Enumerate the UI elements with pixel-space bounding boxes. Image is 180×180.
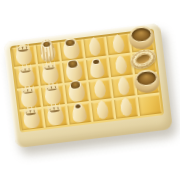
compartment <box>138 94 162 116</box>
compartment-grid <box>12 31 162 131</box>
compartment <box>112 76 136 98</box>
compartment <box>14 66 38 88</box>
round-nozzle <box>67 79 85 102</box>
compartment <box>85 58 109 80</box>
compartment <box>59 40 83 62</box>
compartment <box>67 103 91 125</box>
compartment <box>83 37 107 59</box>
petal-nozzle <box>113 55 128 75</box>
petal-nozzle <box>119 97 134 117</box>
small-round-nozzle <box>89 57 105 78</box>
storage-box <box>3 23 173 148</box>
large-round-nozzle <box>133 68 161 94</box>
small-round-nozzle <box>71 103 87 124</box>
large-round-nozzle <box>128 25 156 51</box>
petal-nozzle <box>87 36 102 56</box>
petal-nozzle <box>95 100 110 120</box>
petal-nozzle <box>92 79 107 99</box>
fluted-french-nozzle <box>38 39 56 63</box>
tray-interior <box>10 29 165 133</box>
product-photo <box>0 0 180 180</box>
open-star-nozzle <box>15 44 33 66</box>
compartment <box>38 64 62 86</box>
compartment <box>62 61 86 83</box>
round-nozzle <box>64 58 82 81</box>
open-star-nozzle <box>46 104 64 126</box>
round-nozzle <box>62 37 80 60</box>
compartment <box>12 45 36 67</box>
open-star-nozzle <box>41 62 59 84</box>
petal-nozzle <box>111 34 126 54</box>
compartment <box>91 100 115 122</box>
open-star-nozzle <box>22 107 40 129</box>
open-star-nozzle <box>43 83 61 105</box>
compartment <box>64 82 88 104</box>
open-star-nozzle <box>17 65 35 87</box>
compartment <box>17 88 41 110</box>
compartment <box>41 85 65 107</box>
compartment <box>20 109 44 131</box>
compartment <box>135 73 159 95</box>
compartment <box>88 79 112 101</box>
compartment <box>109 55 133 77</box>
compartment <box>106 34 130 56</box>
petal-nozzle <box>116 76 131 96</box>
compartment <box>36 42 60 64</box>
compartment <box>114 97 138 119</box>
open-star-nozzle <box>20 86 38 108</box>
compartment <box>43 106 67 128</box>
